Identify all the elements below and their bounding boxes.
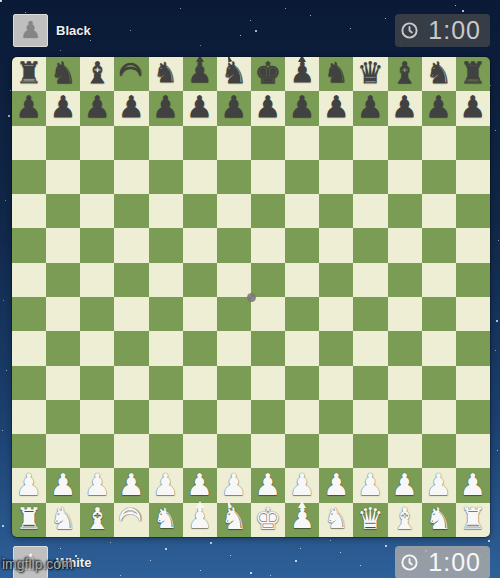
board-square[interactable] <box>114 263 148 297</box>
black-pawn-piece[interactable]: ♟ <box>186 92 213 122</box>
board-square[interactable] <box>80 297 114 331</box>
board-square[interactable] <box>183 126 217 160</box>
board-square[interactable] <box>251 366 285 400</box>
board-square[interactable]: ♟ <box>285 91 319 125</box>
board-square[interactable] <box>251 160 285 194</box>
black-pawn-piece[interactable]: ♟ <box>220 92 247 122</box>
board-square[interactable]: ♜ <box>12 503 46 537</box>
white-leopard-piece[interactable]: ♞ <box>324 505 349 533</box>
board-square[interactable] <box>149 228 183 262</box>
board-square[interactable]: ♞ <box>319 57 353 91</box>
board-square[interactable] <box>80 366 114 400</box>
black-pawn-piece[interactable]: ♟ <box>391 92 418 122</box>
board-square[interactable] <box>46 126 80 160</box>
board-square[interactable]: ♟ <box>46 468 80 502</box>
board-square[interactable]: ♟ <box>12 468 46 502</box>
board-square[interactable] <box>149 331 183 365</box>
board-square[interactable] <box>217 160 251 194</box>
board-square[interactable] <box>12 366 46 400</box>
board-square[interactable] <box>319 194 353 228</box>
black-rook-piece[interactable]: ♜ <box>459 58 486 88</box>
black-pawn-piece[interactable]: ♟ <box>255 92 282 122</box>
board-square[interactable]: ♟ <box>80 91 114 125</box>
board-square[interactable] <box>80 263 114 297</box>
board-square[interactable] <box>285 297 319 331</box>
board-square[interactable] <box>456 297 490 331</box>
black-leopard-piece[interactable]: ♞ <box>153 59 178 87</box>
board-square[interactable] <box>456 366 490 400</box>
board-square[interactable] <box>12 400 46 434</box>
board-square[interactable] <box>319 331 353 365</box>
board-square[interactable]: ♞ <box>149 57 183 91</box>
white-king-piece[interactable]: ♚ <box>255 504 282 534</box>
board-square[interactable]: ♝ <box>388 503 422 537</box>
board-square[interactable] <box>353 126 387 160</box>
clock-icon <box>400 21 419 40</box>
board-square[interactable] <box>388 434 422 468</box>
board-square[interactable] <box>217 366 251 400</box>
board-square[interactable] <box>319 366 353 400</box>
top-player-bar: ♟ Black 1:00 <box>13 14 490 47</box>
board-square[interactable]: ♟ <box>285 57 319 91</box>
board-square[interactable] <box>353 263 387 297</box>
board-square[interactable] <box>46 228 80 262</box>
board-square[interactable] <box>353 297 387 331</box>
white-hawk-piece[interactable]: ☽ <box>118 507 145 531</box>
board-square[interactable] <box>319 400 353 434</box>
board-square[interactable] <box>149 434 183 468</box>
board-square[interactable]: ♞ <box>422 57 456 91</box>
board-square[interactable] <box>456 228 490 262</box>
board-square[interactable] <box>114 434 148 468</box>
board-square[interactable] <box>183 194 217 228</box>
board-square[interactable]: ♟ <box>456 468 490 502</box>
bottom-player-bar: ♟ White 1:00 <box>13 546 490 578</box>
board-square[interactable] <box>12 126 46 160</box>
white-pawn-piece[interactable]: ♟ <box>323 470 350 500</box>
board-square[interactable] <box>319 263 353 297</box>
board-square[interactable] <box>114 400 148 434</box>
board-square[interactable] <box>251 400 285 434</box>
board-square[interactable] <box>149 194 183 228</box>
board-square[interactable] <box>114 331 148 365</box>
board-square[interactable]: ♟ <box>388 468 422 502</box>
board-square[interactable]: ♞ <box>217 57 251 91</box>
board-square[interactable] <box>217 126 251 160</box>
board-square[interactable] <box>217 297 251 331</box>
board-square[interactable] <box>456 331 490 365</box>
board-square[interactable] <box>285 126 319 160</box>
board-square[interactable] <box>422 263 456 297</box>
board-square[interactable]: ♞ <box>149 503 183 537</box>
board-square[interactable] <box>353 434 387 468</box>
board-square[interactable] <box>149 297 183 331</box>
board-square[interactable] <box>149 263 183 297</box>
board-square[interactable]: ♛ <box>353 503 387 537</box>
imgflip-watermark: imgflip.com <box>2 556 73 572</box>
board-square[interactable] <box>285 228 319 262</box>
board-square[interactable] <box>183 297 217 331</box>
board-square[interactable] <box>388 297 422 331</box>
black-pawn-piece[interactable]: ♟ <box>289 92 316 122</box>
white-pawn-piece[interactable]: ♟ <box>425 470 452 500</box>
board-square[interactable] <box>422 160 456 194</box>
black-pawn-piece[interactable]: ♟ <box>152 92 179 122</box>
board-square[interactable] <box>422 331 456 365</box>
black-pawn-piece[interactable]: ♟ <box>357 92 384 122</box>
board-square[interactable] <box>388 160 422 194</box>
board-square[interactable] <box>285 160 319 194</box>
board-square[interactable] <box>12 194 46 228</box>
black-bishop-piece[interactable]: ♝ <box>391 58 418 88</box>
board-square[interactable] <box>353 331 387 365</box>
board-square[interactable]: ♚ <box>251 57 285 91</box>
board-square[interactable] <box>183 366 217 400</box>
board-square[interactable] <box>217 228 251 262</box>
board-square[interactable] <box>251 263 285 297</box>
black-player-avatar[interactable]: ♟ <box>13 14 48 47</box>
board-square[interactable]: ♜ <box>456 503 490 537</box>
board-square[interactable]: ♟ <box>183 57 217 91</box>
black-pawn-piece[interactable]: ♟ <box>16 92 43 122</box>
board-square[interactable] <box>251 434 285 468</box>
board-square[interactable] <box>217 434 251 468</box>
white-pawn-piece[interactable]: ♟ <box>118 470 145 500</box>
black-fortress-piece[interactable]: ♟ <box>187 59 212 87</box>
board-square[interactable] <box>353 194 387 228</box>
board-square[interactable]: ♟ <box>285 503 319 537</box>
board-square[interactable] <box>183 228 217 262</box>
board-square[interactable] <box>80 331 114 365</box>
board-square[interactable] <box>456 160 490 194</box>
board-square[interactable] <box>46 434 80 468</box>
board-square[interactable] <box>251 228 285 262</box>
board-square[interactable] <box>46 400 80 434</box>
board-square[interactable] <box>251 297 285 331</box>
white-knight-piece[interactable]: ♞ <box>425 504 452 534</box>
board-square[interactable] <box>251 126 285 160</box>
board-square[interactable]: ♜ <box>456 57 490 91</box>
board-square[interactable] <box>183 263 217 297</box>
black-queen-piece[interactable]: ♛ <box>357 58 384 88</box>
board-square[interactable] <box>217 194 251 228</box>
white-fortress-piece[interactable]: ♟ <box>290 505 315 533</box>
board-square[interactable] <box>46 194 80 228</box>
board-square[interactable] <box>456 126 490 160</box>
board-square[interactable] <box>456 263 490 297</box>
board-square[interactable]: ♟ <box>149 468 183 502</box>
black-clock: 1:00 <box>395 14 490 47</box>
board-square[interactable] <box>12 297 46 331</box>
board-square[interactable]: ♜ <box>12 57 46 91</box>
board-square[interactable] <box>114 228 148 262</box>
board-square[interactable]: ♟ <box>251 468 285 502</box>
board-square[interactable] <box>388 126 422 160</box>
board-square[interactable] <box>353 400 387 434</box>
board-square[interactable] <box>46 160 80 194</box>
board-square[interactable] <box>285 366 319 400</box>
board-square[interactable] <box>46 331 80 365</box>
board-square[interactable] <box>183 331 217 365</box>
board-square[interactable] <box>12 160 46 194</box>
white-bishop-piece[interactable]: ♝ <box>84 504 111 534</box>
board-square[interactable] <box>251 194 285 228</box>
board-square[interactable]: ♞ <box>422 503 456 537</box>
black-unicorn-piece[interactable]: ♞ <box>220 58 247 88</box>
board-square[interactable] <box>80 228 114 262</box>
board-square[interactable] <box>80 160 114 194</box>
board-square[interactable] <box>285 194 319 228</box>
board-square[interactable] <box>319 297 353 331</box>
board-square[interactable]: ♟ <box>183 503 217 537</box>
board-square[interactable]: ♟ <box>319 91 353 125</box>
board-square[interactable] <box>12 228 46 262</box>
black-pawn-piece[interactable]: ♟ <box>425 92 452 122</box>
white-rook-piece[interactable]: ♜ <box>459 504 486 534</box>
board-square[interactable]: ♟ <box>114 91 148 125</box>
board-square[interactable] <box>285 263 319 297</box>
board-square[interactable] <box>80 194 114 228</box>
black-pawn-piece[interactable]: ♟ <box>84 92 111 122</box>
board-square[interactable] <box>422 126 456 160</box>
white-bishop-piece[interactable]: ♝ <box>391 504 418 534</box>
board-square[interactable] <box>422 434 456 468</box>
board-square[interactable] <box>149 160 183 194</box>
black-fortress-piece[interactable]: ♟ <box>290 59 315 87</box>
board-square[interactable]: ♞ <box>46 57 80 91</box>
white-pawn-piece[interactable]: ♟ <box>459 470 486 500</box>
board-square[interactable] <box>149 400 183 434</box>
board-square[interactable] <box>319 228 353 262</box>
black-knight-piece[interactable]: ♞ <box>425 58 452 88</box>
board-square[interactable] <box>388 263 422 297</box>
board-square[interactable]: ♟ <box>353 468 387 502</box>
board-square[interactable] <box>353 160 387 194</box>
board-square[interactable]: ♟ <box>80 468 114 502</box>
board-square[interactable] <box>80 434 114 468</box>
board-square[interactable] <box>217 400 251 434</box>
clock-icon <box>400 553 419 572</box>
board-square[interactable]: ☽ <box>114 503 148 537</box>
pawn-avatar-icon: ♟ <box>20 19 41 42</box>
white-queen-piece[interactable]: ♛ <box>357 504 384 534</box>
black-pawn-piece[interactable]: ♟ <box>50 92 77 122</box>
board-square[interactable]: ♝ <box>388 57 422 91</box>
board-square[interactable] <box>149 366 183 400</box>
board-square[interactable] <box>285 434 319 468</box>
board-square[interactable] <box>456 194 490 228</box>
board-square[interactable] <box>114 194 148 228</box>
white-pawn-piece[interactable]: ♟ <box>289 470 316 500</box>
board-square[interactable] <box>388 400 422 434</box>
white-unicorn-piece[interactable]: ♞ <box>220 504 247 534</box>
board-square[interactable] <box>422 228 456 262</box>
white-rook-piece[interactable]: ♜ <box>16 504 43 534</box>
black-leopard-piece[interactable]: ♞ <box>324 59 349 87</box>
chess-app: ♟ Black 1:00 ♜♞♝☽♞♟♞♚♟♞♛♝♞♜♟♟♟♟♟♟♟♟♟♟♟♟♟… <box>0 0 500 578</box>
board-square[interactable] <box>251 331 285 365</box>
board-square[interactable]: ☽ <box>114 57 148 91</box>
board-square[interactable] <box>388 228 422 262</box>
board-square[interactable]: ♟ <box>46 91 80 125</box>
white-pawn-piece[interactable]: ♟ <box>220 470 247 500</box>
board-square[interactable] <box>149 126 183 160</box>
board-square[interactable] <box>183 400 217 434</box>
board-square[interactable] <box>456 400 490 434</box>
board-square[interactable] <box>217 263 251 297</box>
white-clock-time: 1:00 <box>428 550 481 575</box>
black-knight-piece[interactable]: ♞ <box>50 58 77 88</box>
board-square[interactable] <box>183 160 217 194</box>
board-square[interactable] <box>12 331 46 365</box>
board-square[interactable]: ♟ <box>217 468 251 502</box>
board-square[interactable]: ♟ <box>319 468 353 502</box>
white-clock: 1:00 <box>395 546 490 578</box>
board-square[interactable] <box>319 160 353 194</box>
board-square[interactable] <box>46 297 80 331</box>
white-pawn-piece[interactable]: ♟ <box>391 470 418 500</box>
board-square[interactable] <box>422 366 456 400</box>
board-square[interactable] <box>80 400 114 434</box>
white-pawn-piece[interactable]: ♟ <box>50 470 77 500</box>
black-king-piece[interactable]: ♚ <box>255 58 282 88</box>
black-pawn-piece[interactable]: ♟ <box>118 92 145 122</box>
board-square[interactable] <box>285 400 319 434</box>
board-square[interactable] <box>456 434 490 468</box>
board-square[interactable]: ♟ <box>353 91 387 125</box>
black-player-name: Black <box>56 23 91 38</box>
board-square[interactable]: ♟ <box>183 468 217 502</box>
board-square[interactable] <box>285 331 319 365</box>
board-square[interactable]: ♚ <box>251 503 285 537</box>
board-square[interactable]: ♛ <box>353 57 387 91</box>
board-square[interactable]: ♟ <box>114 468 148 502</box>
board-square[interactable] <box>388 366 422 400</box>
board-square[interactable] <box>80 126 114 160</box>
black-pawn-piece[interactable]: ♟ <box>459 92 486 122</box>
board-square[interactable] <box>114 297 148 331</box>
board-square[interactable] <box>422 400 456 434</box>
board-square[interactable]: ♟ <box>285 468 319 502</box>
board-square[interactable] <box>12 263 46 297</box>
board-square[interactable]: ♟ <box>251 91 285 125</box>
white-knight-piece[interactable]: ♞ <box>50 504 77 534</box>
black-pawn-piece[interactable]: ♟ <box>323 92 350 122</box>
board-square[interactable]: ♟ <box>388 91 422 125</box>
board-square[interactable]: ♞ <box>319 503 353 537</box>
board-square[interactable]: ♞ <box>217 503 251 537</box>
board-square[interactable]: ♟ <box>12 91 46 125</box>
board-square[interactable] <box>388 194 422 228</box>
board-square[interactable] <box>12 434 46 468</box>
board-square[interactable]: ♟ <box>456 91 490 125</box>
board-square[interactable] <box>46 263 80 297</box>
board-square[interactable] <box>319 434 353 468</box>
board-square[interactable] <box>217 331 251 365</box>
board-square[interactable] <box>422 194 456 228</box>
board-square[interactable]: ♟ <box>422 91 456 125</box>
board-square[interactable]: ♟ <box>183 91 217 125</box>
white-pawn-piece[interactable]: ♟ <box>16 470 43 500</box>
white-pawn-piece[interactable]: ♟ <box>255 470 282 500</box>
white-leopard-piece[interactable]: ♞ <box>153 505 178 533</box>
black-bishop-piece[interactable]: ♝ <box>84 58 111 88</box>
board-square[interactable] <box>353 366 387 400</box>
board-square[interactable] <box>422 297 456 331</box>
white-pawn-piece[interactable]: ♟ <box>152 470 179 500</box>
board-square[interactable] <box>388 331 422 365</box>
board-square[interactable] <box>114 160 148 194</box>
white-fortress-piece[interactable]: ♟ <box>187 505 212 533</box>
board-square[interactable] <box>183 434 217 468</box>
white-pawn-piece[interactable]: ♟ <box>186 470 213 500</box>
board-square[interactable] <box>114 126 148 160</box>
board-square[interactable]: ♟ <box>217 91 251 125</box>
board-square[interactable]: ♟ <box>422 468 456 502</box>
board-square[interactable]: ♝ <box>80 57 114 91</box>
board-square[interactable]: ♟ <box>149 91 183 125</box>
board-square[interactable] <box>319 126 353 160</box>
board-square[interactable] <box>114 366 148 400</box>
board[interactable]: ♜♞♝☽♞♟♞♚♟♞♛♝♞♜♟♟♟♟♟♟♟♟♟♟♟♟♟♟♟♟♟♟♟♟♟♟♟♟♟♟… <box>12 57 490 537</box>
black-rook-piece[interactable]: ♜ <box>16 58 43 88</box>
black-clock-time: 1:00 <box>428 18 481 43</box>
board-square[interactable]: ♞ <box>46 503 80 537</box>
board-square[interactable] <box>353 228 387 262</box>
white-pawn-piece[interactable]: ♟ <box>84 470 111 500</box>
board-square[interactable] <box>46 366 80 400</box>
white-pawn-piece[interactable]: ♟ <box>357 470 384 500</box>
black-hawk-piece[interactable]: ☽ <box>118 61 145 85</box>
board-square[interactable]: ♝ <box>80 503 114 537</box>
